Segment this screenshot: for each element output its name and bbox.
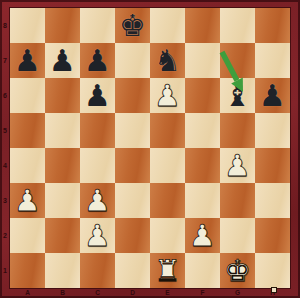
- black-pawn-b7[interactable]: ♟: [45, 43, 80, 78]
- white-pawn-f2[interactable]: ♟: [185, 218, 220, 253]
- rank-label-7: 7: [0, 43, 10, 78]
- square-g6[interactable]: ♝: [220, 78, 255, 113]
- square-a1[interactable]: [10, 253, 45, 288]
- square-c5[interactable]: [80, 113, 115, 148]
- square-a5[interactable]: [10, 113, 45, 148]
- square-f7[interactable]: [185, 43, 220, 78]
- square-d7[interactable]: [115, 43, 150, 78]
- white-pawn-g4[interactable]: ♟: [220, 148, 255, 183]
- square-h7[interactable]: [255, 43, 290, 78]
- square-e8[interactable]: [150, 8, 185, 43]
- square-g3[interactable]: [220, 183, 255, 218]
- square-c8[interactable]: [80, 8, 115, 43]
- square-a6[interactable]: [10, 78, 45, 113]
- square-h2[interactable]: [255, 218, 290, 253]
- square-h8[interactable]: [255, 8, 290, 43]
- square-e6[interactable]: ♟: [150, 78, 185, 113]
- square-b8[interactable]: [45, 8, 80, 43]
- black-king-d8[interactable]: ♚: [115, 8, 150, 43]
- rank-label-6: 6: [0, 78, 10, 113]
- black-pawn-c6[interactable]: ♟: [80, 78, 115, 113]
- board-frame: ♚♟♟♟♞♟♟♝♟♟♟♟♟♟♜♚ 87654321ABCDEFGH: [0, 0, 300, 298]
- square-c1[interactable]: [80, 253, 115, 288]
- square-e7[interactable]: ♞: [150, 43, 185, 78]
- square-f1[interactable]: [185, 253, 220, 288]
- square-h4[interactable]: [255, 148, 290, 183]
- file-label-f: F: [185, 288, 220, 298]
- square-e1[interactable]: ♜: [150, 253, 185, 288]
- square-d6[interactable]: [115, 78, 150, 113]
- square-a8[interactable]: [10, 8, 45, 43]
- white-king-g1[interactable]: ♚: [220, 253, 255, 288]
- square-g5[interactable]: [220, 113, 255, 148]
- square-d1[interactable]: [115, 253, 150, 288]
- square-b4[interactable]: [45, 148, 80, 183]
- square-h3[interactable]: [255, 183, 290, 218]
- file-label-g: G: [220, 288, 255, 298]
- square-b7[interactable]: ♟: [45, 43, 80, 78]
- rank-label-8: 8: [0, 8, 10, 43]
- square-a3[interactable]: ♟: [10, 183, 45, 218]
- white-rook-e1[interactable]: ♜: [150, 253, 185, 288]
- square-c6[interactable]: ♟: [80, 78, 115, 113]
- file-label-e: E: [150, 288, 185, 298]
- square-b6[interactable]: [45, 78, 80, 113]
- square-b2[interactable]: [45, 218, 80, 253]
- rank-label-1: 1: [0, 253, 10, 288]
- square-h6[interactable]: ♟: [255, 78, 290, 113]
- square-h1[interactable]: [255, 253, 290, 288]
- white-pawn-e6[interactable]: ♟: [150, 78, 185, 113]
- file-label-b: B: [45, 288, 80, 298]
- rank-label-3: 3: [0, 183, 10, 218]
- rank-label-4: 4: [0, 148, 10, 183]
- file-label-c: C: [80, 288, 115, 298]
- square-h5[interactable]: [255, 113, 290, 148]
- white-pawn-c2[interactable]: ♟: [80, 218, 115, 253]
- square-e4[interactable]: [150, 148, 185, 183]
- square-f2[interactable]: ♟: [185, 218, 220, 253]
- black-pawn-c7[interactable]: ♟: [80, 43, 115, 78]
- square-f3[interactable]: [185, 183, 220, 218]
- white-to-move-indicator: [271, 287, 277, 293]
- file-label-a: A: [10, 288, 45, 298]
- square-g1[interactable]: ♚: [220, 253, 255, 288]
- square-a7[interactable]: ♟: [10, 43, 45, 78]
- square-b3[interactable]: [45, 183, 80, 218]
- square-g7[interactable]: [220, 43, 255, 78]
- black-pawn-a7[interactable]: ♟: [10, 43, 45, 78]
- square-e5[interactable]: [150, 113, 185, 148]
- square-d8[interactable]: ♚: [115, 8, 150, 43]
- square-f6[interactable]: [185, 78, 220, 113]
- square-d4[interactable]: [115, 148, 150, 183]
- square-d5[interactable]: [115, 113, 150, 148]
- white-pawn-c3[interactable]: ♟: [80, 183, 115, 218]
- square-c3[interactable]: ♟: [80, 183, 115, 218]
- square-d3[interactable]: [115, 183, 150, 218]
- file-label-d: D: [115, 288, 150, 298]
- rank-label-5: 5: [0, 113, 10, 148]
- square-g4[interactable]: ♟: [220, 148, 255, 183]
- square-e2[interactable]: [150, 218, 185, 253]
- rank-label-2: 2: [0, 218, 10, 253]
- square-g2[interactable]: [220, 218, 255, 253]
- square-b1[interactable]: [45, 253, 80, 288]
- square-c7[interactable]: ♟: [80, 43, 115, 78]
- square-c4[interactable]: [80, 148, 115, 183]
- square-f4[interactable]: [185, 148, 220, 183]
- square-d2[interactable]: [115, 218, 150, 253]
- black-knight-e7[interactable]: ♞: [150, 43, 185, 78]
- black-pawn-h6[interactable]: ♟: [255, 78, 290, 113]
- square-f8[interactable]: [185, 8, 220, 43]
- chess-board[interactable]: ♚♟♟♟♞♟♟♝♟♟♟♟♟♟♜♚: [10, 8, 290, 288]
- square-a2[interactable]: [10, 218, 45, 253]
- square-f5[interactable]: [185, 113, 220, 148]
- square-a4[interactable]: [10, 148, 45, 183]
- square-e3[interactable]: [150, 183, 185, 218]
- square-g8[interactable]: [220, 8, 255, 43]
- square-b5[interactable]: [45, 113, 80, 148]
- white-pawn-a3[interactable]: ♟: [10, 183, 45, 218]
- square-c2[interactable]: ♟: [80, 218, 115, 253]
- black-bishop-g6[interactable]: ♝: [220, 78, 255, 113]
